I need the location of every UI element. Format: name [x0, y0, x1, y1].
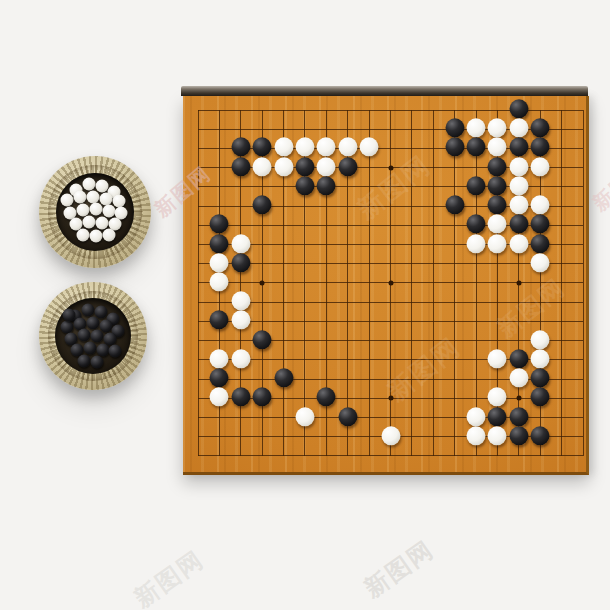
bowl-interior [55, 298, 131, 374]
bowl-black-stone[interactable] [109, 345, 122, 358]
black-stone[interactable] [509, 138, 528, 157]
white-stone[interactable] [509, 368, 528, 387]
black-stone[interactable] [531, 119, 550, 138]
bowl-black-stone[interactable] [87, 317, 100, 330]
black-stone[interactable] [274, 368, 293, 387]
black-stone[interactable] [488, 407, 507, 426]
bowl-white-stone[interactable] [83, 178, 96, 191]
black-stone[interactable] [509, 215, 528, 234]
grid-line-vertical [476, 110, 477, 456]
black-stone[interactable] [445, 138, 464, 157]
grid-line-horizontal [198, 302, 583, 303]
white-stone-bowl[interactable] [39, 156, 151, 268]
black-stone[interactable] [253, 330, 272, 349]
bowl-white-stone[interactable] [77, 229, 90, 242]
star-point [516, 396, 521, 401]
white-stone[interactable] [531, 253, 550, 272]
black-stone[interactable] [531, 426, 550, 445]
bowl-white-stone[interactable] [90, 230, 103, 243]
bowl-white-stone[interactable] [103, 205, 116, 218]
white-stone[interactable] [360, 138, 379, 157]
bowl-black-stone[interactable] [84, 342, 97, 355]
black-stone[interactable] [231, 388, 250, 407]
black-stone[interactable] [295, 176, 314, 195]
watermark-text: 新图网 [358, 534, 440, 605]
bowl-white-stone[interactable] [96, 217, 109, 230]
white-stone[interactable] [231, 349, 250, 368]
bowl-black-stone[interactable] [78, 329, 91, 342]
white-stone[interactable] [467, 234, 486, 253]
black-stone-bowl[interactable] [39, 282, 147, 390]
black-stone[interactable] [210, 215, 229, 234]
black-stone[interactable] [488, 176, 507, 195]
white-stone[interactable] [210, 388, 229, 407]
black-stone[interactable] [488, 157, 507, 176]
white-stone[interactable] [509, 119, 528, 138]
white-stone[interactable] [295, 138, 314, 157]
board-top-edge [181, 86, 588, 96]
black-stone[interactable] [231, 138, 250, 157]
bowl-black-stone[interactable] [82, 304, 95, 317]
go-board[interactable] [183, 96, 589, 475]
white-stone[interactable] [231, 234, 250, 253]
star-point [388, 396, 393, 401]
bowl-white-stone[interactable] [83, 216, 96, 229]
white-stone[interactable] [231, 292, 250, 311]
white-stone[interactable] [467, 119, 486, 138]
white-stone[interactable] [467, 407, 486, 426]
star-point [516, 280, 521, 285]
black-stone[interactable] [231, 253, 250, 272]
bowl-black-stone[interactable] [78, 355, 91, 368]
black-stone[interactable] [509, 349, 528, 368]
white-stone[interactable] [210, 349, 229, 368]
white-stone[interactable] [509, 234, 528, 253]
black-stone[interactable] [253, 388, 272, 407]
white-stone[interactable] [467, 426, 486, 445]
star-point [388, 280, 393, 285]
black-stone[interactable] [509, 99, 528, 118]
black-stone[interactable] [531, 234, 550, 253]
bowl-black-stone[interactable] [91, 330, 104, 343]
white-stone[interactable] [531, 330, 550, 349]
bowl-white-stone[interactable] [103, 229, 116, 242]
white-stone[interactable] [253, 157, 272, 176]
white-stone[interactable] [210, 253, 229, 272]
bowl-white-stone[interactable] [87, 191, 100, 204]
black-stone[interactable] [467, 176, 486, 195]
black-stone[interactable] [338, 157, 357, 176]
white-stone[interactable] [531, 349, 550, 368]
white-stone[interactable] [488, 349, 507, 368]
white-stone[interactable] [488, 215, 507, 234]
black-stone[interactable] [531, 138, 550, 157]
black-stone[interactable] [509, 407, 528, 426]
bowl-white-stone[interactable] [90, 203, 103, 216]
black-stone[interactable] [445, 119, 464, 138]
black-stone[interactable] [509, 426, 528, 445]
grid-line-vertical [583, 110, 584, 456]
white-stone[interactable] [210, 272, 229, 291]
star-point [388, 165, 393, 170]
black-stone[interactable] [467, 138, 486, 157]
white-stone[interactable] [531, 157, 550, 176]
black-stone[interactable] [445, 195, 464, 214]
black-stone[interactable] [231, 157, 250, 176]
white-stone[interactable] [509, 157, 528, 176]
black-stone[interactable] [295, 157, 314, 176]
white-stone[interactable] [531, 195, 550, 214]
grid-line-horizontal [198, 455, 583, 456]
bowl-white-stone[interactable] [74, 191, 87, 204]
star-point [260, 280, 265, 285]
white-stone[interactable] [509, 176, 528, 195]
white-stone[interactable] [274, 157, 293, 176]
grid-line-vertical [411, 110, 412, 456]
bowl-black-stone[interactable] [63, 309, 76, 322]
bowl-black-stone[interactable] [91, 356, 104, 369]
grid-line-vertical [454, 110, 455, 456]
bowl-white-stone[interactable] [61, 194, 74, 207]
white-stone[interactable] [381, 426, 400, 445]
grid-line-vertical [561, 110, 562, 456]
black-stone[interactable] [317, 388, 336, 407]
white-stone[interactable] [317, 157, 336, 176]
grid-line-vertical [433, 110, 434, 456]
white-stone[interactable] [488, 119, 507, 138]
white-stone[interactable] [274, 138, 293, 157]
white-stone[interactable] [488, 234, 507, 253]
black-stone[interactable] [210, 234, 229, 253]
black-stone[interactable] [253, 195, 272, 214]
bowl-white-stone[interactable] [113, 195, 126, 208]
watermark-text: 新图网 [587, 154, 610, 217]
white-stone[interactable] [317, 138, 336, 157]
white-stone[interactable] [231, 311, 250, 330]
white-stone[interactable] [338, 138, 357, 157]
black-stone[interactable] [210, 311, 229, 330]
white-stone[interactable] [488, 138, 507, 157]
watermark-text: 新图网 [128, 544, 210, 610]
black-stone[interactable] [531, 215, 550, 234]
scene: 新图网新图网新图网新图网新图网新图网新图网 [0, 0, 610, 610]
black-stone[interactable] [317, 176, 336, 195]
black-stone[interactable] [488, 195, 507, 214]
white-stone[interactable] [488, 388, 507, 407]
bowl-interior [56, 173, 134, 251]
white-stone[interactable] [509, 195, 528, 214]
black-stone[interactable] [531, 368, 550, 387]
black-stone[interactable] [253, 138, 272, 157]
white-stone[interactable] [295, 407, 314, 426]
white-stone[interactable] [488, 426, 507, 445]
black-stone[interactable] [338, 407, 357, 426]
black-stone[interactable] [210, 368, 229, 387]
grid-line-horizontal [198, 321, 583, 322]
black-stone[interactable] [531, 388, 550, 407]
bowl-white-stone[interactable] [100, 193, 113, 206]
black-stone[interactable] [467, 215, 486, 234]
